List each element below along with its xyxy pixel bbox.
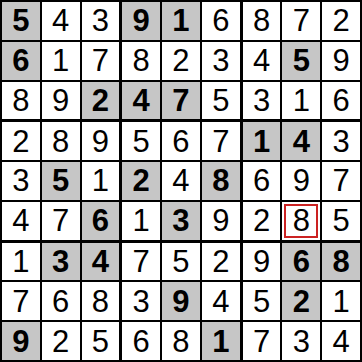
cell-r2c7[interactable]: 4	[243, 42, 281, 80]
cell-r3c7[interactable]: 3	[243, 82, 281, 120]
cell-r9c3[interactable]: 5	[82, 322, 120, 360]
box-r1c3: 872459316	[243, 2, 360, 119]
cell-value: 8	[332, 246, 349, 277]
cell-r1c9[interactable]: 2	[322, 2, 360, 40]
cell-r2c8[interactable]: 5	[282, 42, 320, 80]
cell-r8c2[interactable]: 6	[42, 282, 80, 320]
cell-value: 1	[212, 326, 229, 357]
cell-r3c1[interactable]: 8	[2, 82, 40, 120]
cell-value: 6	[332, 85, 349, 116]
cell-value: 3	[133, 286, 150, 317]
cell-r1c6[interactable]: 6	[202, 2, 240, 40]
cell-r1c3[interactable]: 3	[82, 2, 120, 40]
cell-r5c2[interactable]: 5	[42, 162, 80, 200]
cell-r6c1[interactable]: 4	[2, 202, 40, 240]
cell-r8c9[interactable]: 1	[322, 282, 360, 320]
cell-r8c4[interactable]: 3	[122, 282, 160, 320]
cell-value: 9	[332, 45, 349, 76]
cell-value: 8	[92, 286, 109, 317]
cell-r9c9[interactable]: 4	[322, 322, 360, 360]
cell-value: 5	[212, 85, 229, 116]
cell-value: 6	[293, 246, 310, 277]
cell-value: 8	[133, 45, 150, 76]
cell-r6c3[interactable]: 6	[82, 202, 120, 240]
cell-r3c3[interactable]: 2	[82, 82, 120, 120]
cell-value: 7	[253, 326, 270, 357]
cell-r7c1[interactable]: 1	[2, 243, 40, 281]
cell-r9c8[interactable]: 3	[282, 322, 320, 360]
cell-value: 1	[12, 246, 29, 277]
cell-r9c4[interactable]: 6	[122, 322, 160, 360]
cell-value: 3	[212, 45, 229, 76]
cell-r5c9[interactable]: 7	[322, 162, 360, 200]
cell-r2c1[interactable]: 6	[2, 42, 40, 80]
cell-value: 3	[52, 246, 69, 277]
cell-r3c5[interactable]: 7	[162, 82, 200, 120]
cell-r4c2[interactable]: 8	[42, 122, 80, 160]
cell-r3c9[interactable]: 6	[322, 82, 360, 120]
cell-value: 9	[92, 126, 109, 157]
cell-value: 4	[212, 286, 229, 317]
cell-r2c4[interactable]: 8	[122, 42, 160, 80]
cell-value: 3	[12, 165, 29, 196]
cell-value: 4	[12, 205, 29, 236]
cell-r5c5[interactable]: 4	[162, 162, 200, 200]
cell-r7c4[interactable]: 7	[122, 243, 160, 281]
cell-r5c8[interactable]: 9	[282, 162, 320, 200]
cell-r7c5[interactable]: 5	[162, 243, 200, 281]
cell-r7c2[interactable]: 3	[42, 243, 80, 281]
cell-r8c3[interactable]: 8	[82, 282, 120, 320]
box-r3c1: 134768925	[2, 243, 119, 360]
cell-r8c7[interactable]: 5	[243, 282, 281, 320]
cell-value: 2	[332, 5, 349, 36]
cell-value: 6	[12, 45, 29, 76]
cell-value: 6	[172, 126, 189, 157]
cell-value: 5	[92, 326, 109, 357]
cell-value: 8	[212, 165, 229, 196]
cell-value: 9	[172, 286, 189, 317]
cell-value: 4	[52, 5, 69, 36]
cell-r1c8[interactable]: 7	[282, 2, 320, 40]
cell-value: 1	[52, 45, 69, 76]
cell-value: 6	[52, 286, 69, 317]
cell-r5c1[interactable]: 3	[2, 162, 40, 200]
cell-r1c1[interactable]: 5	[2, 2, 40, 40]
cell-value: 6	[133, 326, 150, 357]
cell-value: 9	[293, 165, 310, 196]
cell-value: 4	[133, 85, 150, 116]
cell-r4c6[interactable]: 7	[202, 122, 240, 160]
box-r3c3: 968521734	[243, 243, 360, 360]
cell-value: 5	[133, 126, 150, 157]
cell-value: 7	[133, 246, 150, 277]
cell-r4c3[interactable]: 9	[82, 122, 120, 160]
cell-value: 2	[52, 326, 69, 357]
cell-r3c6[interactable]: 5	[202, 82, 240, 120]
cell-r3c4[interactable]: 4	[122, 82, 160, 120]
cell-value: 5	[332, 205, 349, 236]
cell-value: 2	[293, 286, 310, 317]
cell-value: 1	[172, 5, 189, 36]
cell-value: 2	[92, 85, 109, 116]
cell-r6c9[interactable]: 5	[322, 202, 360, 240]
box-r2c3: 143697285	[243, 122, 360, 239]
cell-r2c2[interactable]: 1	[42, 42, 80, 80]
cell-value: 5	[253, 286, 270, 317]
cell-value: 8	[253, 5, 270, 36]
cell-value: 7	[92, 45, 109, 76]
cell-r9c1[interactable]: 9	[2, 322, 40, 360]
cell-value: 5	[52, 165, 69, 196]
cell-value: 7	[12, 286, 29, 317]
cell-r4c5[interactable]: 6	[162, 122, 200, 160]
cell-r5c7[interactable]: 6	[243, 162, 281, 200]
cell-r6c2[interactable]: 7	[42, 202, 80, 240]
box-r3c2: 752394681	[122, 243, 239, 360]
cell-r9c2[interactable]: 2	[42, 322, 80, 360]
cell-value: 3	[172, 205, 189, 236]
cell-r1c4[interactable]: 9	[122, 2, 160, 40]
cell-value: 1	[293, 85, 310, 116]
cell-value: 9	[52, 85, 69, 116]
cell-r2c9[interactable]: 9	[322, 42, 360, 80]
cell-r6c6[interactable]: 9	[202, 202, 240, 240]
cell-r6c4[interactable]: 1	[122, 202, 160, 240]
cell-r4c4[interactable]: 5	[122, 122, 160, 160]
cell-r2c3[interactable]: 7	[82, 42, 120, 80]
cell-value: 1	[133, 205, 150, 236]
cell-value: 4	[92, 246, 109, 277]
cell-value: 5	[172, 246, 189, 277]
cell-r1c5[interactable]: 1	[162, 2, 200, 40]
cell-value: 7	[212, 126, 229, 157]
cell-r8c5[interactable]: 9	[162, 282, 200, 320]
cell-r8c1[interactable]: 7	[2, 282, 40, 320]
cell-value: 2	[12, 126, 29, 157]
cell-r3c8[interactable]: 1	[282, 82, 320, 120]
cell-value: 8	[12, 85, 29, 116]
cell-value: 3	[293, 326, 310, 357]
cell-value: 3	[253, 85, 270, 116]
cell-r3c2[interactable]: 9	[42, 82, 80, 120]
cell-value: 3	[332, 126, 349, 157]
cell-value: 9	[133, 5, 150, 36]
cell-r7c6[interactable]: 2	[202, 243, 240, 281]
cell-value: 6	[212, 5, 229, 36]
cell-value: 1	[92, 165, 109, 196]
cell-r7c7[interactable]: 9	[243, 243, 281, 281]
cell-value: 6	[253, 165, 270, 196]
box-r2c2: 567248139	[122, 122, 239, 239]
cell-value: 7	[293, 5, 310, 36]
cell-r1c7[interactable]: 8	[243, 2, 281, 40]
cell-r5c3[interactable]: 1	[82, 162, 120, 200]
cell-r6c5[interactable]: 3	[162, 202, 200, 240]
cell-value: 8	[293, 205, 310, 236]
cell-r8c6[interactable]: 4	[202, 282, 240, 320]
cell-value: 9	[253, 246, 270, 277]
cell-value: 9	[12, 326, 29, 357]
cell-r4c8[interactable]: 4	[282, 122, 320, 160]
cell-value: 2	[212, 246, 229, 277]
sudoku-board: 5436178929168234758724593162893514765672…	[0, 0, 362, 362]
cell-r5c6[interactable]: 8	[202, 162, 240, 200]
cell-value: 5	[293, 45, 310, 76]
cell-value: 4	[293, 126, 310, 157]
cell-value: 7	[332, 165, 349, 196]
cell-value: 2	[133, 165, 150, 196]
box-r1c1: 543617892	[2, 2, 119, 119]
box-r2c1: 289351476	[2, 122, 119, 239]
cell-value: 3	[92, 5, 109, 36]
cell-r7c9[interactable]: 8	[322, 243, 360, 281]
cell-value: 9	[212, 205, 229, 236]
cell-value: 8	[52, 126, 69, 157]
cell-r9c6[interactable]: 1	[202, 322, 240, 360]
cell-r7c3[interactable]: 4	[82, 243, 120, 281]
cell-r6c7[interactable]: 2	[243, 202, 281, 240]
cell-value: 1	[253, 126, 270, 157]
cell-r4c9[interactable]: 3	[322, 122, 360, 160]
cell-value: 2	[253, 205, 270, 236]
cell-r1c2[interactable]: 4	[42, 2, 80, 40]
cell-value: 7	[172, 85, 189, 116]
cell-value: 1	[332, 286, 349, 317]
cell-value: 4	[253, 45, 270, 76]
cell-r9c5[interactable]: 8	[162, 322, 200, 360]
cell-value: 4	[332, 326, 349, 357]
cell-r6c8[interactable]: 8	[282, 202, 320, 240]
box-r1c2: 916823475	[122, 2, 239, 119]
cell-r4c1[interactable]: 2	[2, 122, 40, 160]
cell-value: 8	[172, 326, 189, 357]
cell-r5c4[interactable]: 2	[122, 162, 160, 200]
cell-r9c7[interactable]: 7	[243, 322, 281, 360]
cell-value: 5	[12, 5, 29, 36]
cell-r7c8[interactable]: 6	[282, 243, 320, 281]
cell-r4c7[interactable]: 1	[243, 122, 281, 160]
cell-r8c8[interactable]: 2	[282, 282, 320, 320]
cell-value: 7	[52, 205, 69, 236]
cell-r2c6[interactable]: 3	[202, 42, 240, 80]
cell-value: 6	[92, 205, 109, 236]
cell-value: 4	[172, 165, 189, 196]
cell-value: 2	[172, 45, 189, 76]
cell-r2c5[interactable]: 2	[162, 42, 200, 80]
